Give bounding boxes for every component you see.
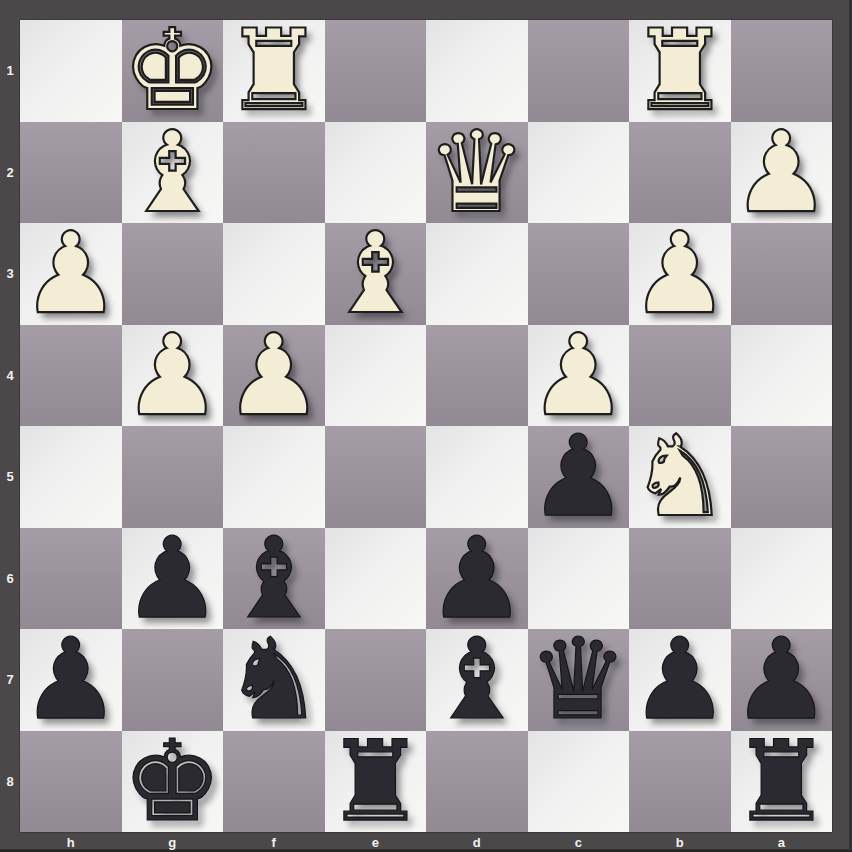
square-d2[interactable]: ♛ [426, 122, 528, 224]
square-h1[interactable] [20, 20, 122, 122]
white-pawn[interactable]: ♟ [21, 223, 121, 325]
file-label-a: a [731, 832, 833, 852]
chessboard-frame: ♚♜♜♝♛♟♟♝♟♟♟♟♟♞♟♝♟♟♞♝♛♟♟♚♜♜ 12345678hgfed… [0, 0, 852, 852]
white-queen[interactable]: ♛ [427, 122, 527, 224]
black-queen[interactable]: ♛ [528, 629, 628, 731]
black-knight[interactable]: ♞ [224, 629, 324, 731]
square-f2[interactable] [223, 122, 325, 224]
square-g8[interactable]: ♚ [122, 731, 224, 833]
square-f8[interactable] [223, 731, 325, 833]
square-b8[interactable] [629, 731, 731, 833]
white-rook[interactable]: ♜ [224, 20, 324, 122]
square-d7[interactable]: ♝ [426, 629, 528, 731]
rank-label-8: 8 [0, 731, 20, 833]
file-label-e: e [325, 832, 427, 852]
square-h8[interactable] [20, 731, 122, 833]
square-e6[interactable] [325, 528, 427, 630]
white-knight[interactable]: ♞ [630, 426, 730, 528]
square-g2[interactable]: ♝ [122, 122, 224, 224]
black-king[interactable]: ♚ [122, 731, 222, 833]
black-rook[interactable]: ♜ [325, 731, 425, 833]
file-label-d: d [426, 832, 528, 852]
square-c8[interactable] [528, 731, 630, 833]
rank-label-6: 6 [0, 528, 20, 630]
white-rook[interactable]: ♜ [630, 20, 730, 122]
rank-label-7: 7 [0, 629, 20, 731]
square-b5[interactable]: ♞ [629, 426, 731, 528]
rank-label-3: 3 [0, 223, 20, 325]
black-pawn[interactable]: ♟ [122, 528, 222, 630]
square-b7[interactable]: ♟ [629, 629, 731, 731]
file-label-c: c [528, 832, 630, 852]
square-e4[interactable] [325, 325, 427, 427]
file-label-h: h [20, 832, 122, 852]
square-a4[interactable] [731, 325, 833, 427]
white-pawn[interactable]: ♟ [122, 325, 222, 427]
white-pawn[interactable]: ♟ [630, 223, 730, 325]
square-g4[interactable]: ♟ [122, 325, 224, 427]
white-pawn[interactable]: ♟ [731, 122, 831, 224]
square-c7[interactable]: ♛ [528, 629, 630, 731]
square-d4[interactable] [426, 325, 528, 427]
black-bishop[interactable]: ♝ [427, 629, 527, 731]
square-d8[interactable] [426, 731, 528, 833]
square-c5[interactable]: ♟ [528, 426, 630, 528]
chessboard: ♚♜♜♝♛♟♟♝♟♟♟♟♟♞♟♝♟♟♞♝♛♟♟♚♜♜ [20, 20, 832, 832]
file-label-g: g [122, 832, 224, 852]
file-label-f: f [223, 832, 325, 852]
square-e5[interactable] [325, 426, 427, 528]
square-e8[interactable]: ♜ [325, 731, 427, 833]
square-f1[interactable]: ♜ [223, 20, 325, 122]
square-h5[interactable] [20, 426, 122, 528]
square-a2[interactable]: ♟ [731, 122, 833, 224]
square-a5[interactable] [731, 426, 833, 528]
square-a8[interactable]: ♜ [731, 731, 833, 833]
square-d3[interactable] [426, 223, 528, 325]
black-pawn[interactable]: ♟ [630, 629, 730, 731]
rank-label-4: 4 [0, 325, 20, 427]
black-pawn[interactable]: ♟ [21, 629, 121, 731]
square-f4[interactable]: ♟ [223, 325, 325, 427]
square-h3[interactable]: ♟ [20, 223, 122, 325]
square-b1[interactable]: ♜ [629, 20, 731, 122]
square-f7[interactable]: ♞ [223, 629, 325, 731]
square-e1[interactable] [325, 20, 427, 122]
square-h7[interactable]: ♟ [20, 629, 122, 731]
rank-label-1: 1 [0, 20, 20, 122]
white-bishop[interactable]: ♝ [122, 122, 222, 224]
square-g6[interactable]: ♟ [122, 528, 224, 630]
white-pawn[interactable]: ♟ [224, 325, 324, 427]
square-b3[interactable]: ♟ [629, 223, 731, 325]
square-e3[interactable]: ♝ [325, 223, 427, 325]
square-c1[interactable] [528, 20, 630, 122]
file-label-b: b [629, 832, 731, 852]
rank-label-5: 5 [0, 426, 20, 528]
square-a3[interactable] [731, 223, 833, 325]
black-rook[interactable]: ♜ [731, 731, 831, 833]
square-c2[interactable] [528, 122, 630, 224]
black-pawn[interactable]: ♟ [528, 426, 628, 528]
white-bishop[interactable]: ♝ [325, 223, 425, 325]
square-h4[interactable] [20, 325, 122, 427]
rank-label-2: 2 [0, 122, 20, 224]
